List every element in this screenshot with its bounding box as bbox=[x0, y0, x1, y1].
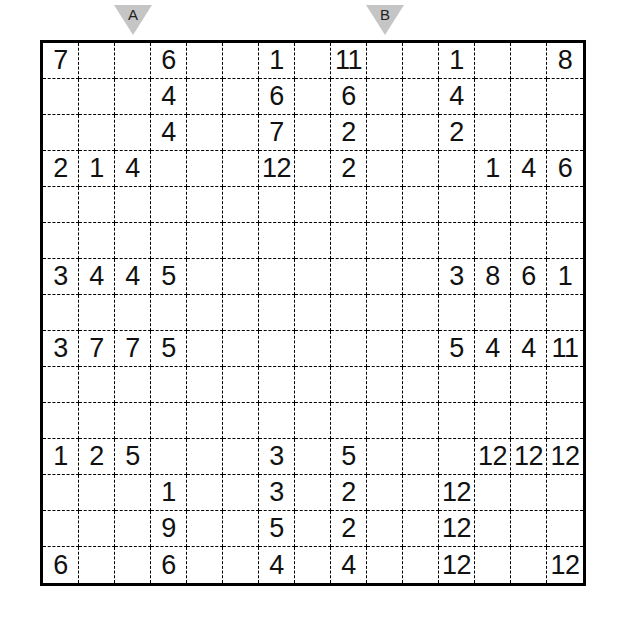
cell-r3c13[interactable] bbox=[475, 115, 511, 151]
cell-r13c12[interactable]: 12 bbox=[439, 475, 475, 511]
cell-r5c6[interactable] bbox=[223, 187, 259, 223]
cell-r10c6[interactable] bbox=[223, 367, 259, 403]
cell-r8c2[interactable] bbox=[79, 295, 115, 331]
cell-r15c1[interactable]: 6 bbox=[43, 547, 79, 583]
cell-r2c12[interactable]: 4 bbox=[439, 79, 475, 115]
cell-r4c9[interactable]: 2 bbox=[331, 151, 367, 187]
cell-r12c9[interactable]: 5 bbox=[331, 439, 367, 475]
cell-r1c9[interactable]: 11 bbox=[331, 43, 367, 79]
cell-r6c15[interactable] bbox=[547, 223, 583, 259]
cell-r9c2[interactable]: 7 bbox=[79, 331, 115, 367]
cell-r14c13[interactable] bbox=[475, 511, 511, 547]
cell-r12c14[interactable]: 12 bbox=[511, 439, 547, 475]
cell-r2c4[interactable]: 4 bbox=[151, 79, 187, 115]
cell-r1c5[interactable] bbox=[187, 43, 223, 79]
cell-r4c6[interactable] bbox=[223, 151, 259, 187]
cell-r9c5[interactable] bbox=[187, 331, 223, 367]
cell-r3c10[interactable] bbox=[367, 115, 403, 151]
cell-r11c12[interactable] bbox=[439, 403, 475, 439]
cell-r1c11[interactable] bbox=[403, 43, 439, 79]
cell-r8c3[interactable] bbox=[115, 295, 151, 331]
cell-r12c3[interactable]: 5 bbox=[115, 439, 151, 475]
cell-r10c15[interactable] bbox=[547, 367, 583, 403]
cell-r12c4[interactable] bbox=[151, 439, 187, 475]
cell-r6c3[interactable] bbox=[115, 223, 151, 259]
cell-r5c2[interactable] bbox=[79, 187, 115, 223]
cell-r13c15[interactable] bbox=[547, 475, 583, 511]
cell-r10c5[interactable] bbox=[187, 367, 223, 403]
cell-r1c13[interactable] bbox=[475, 43, 511, 79]
cell-r14c2[interactable] bbox=[79, 511, 115, 547]
cell-r9c3[interactable]: 7 bbox=[115, 331, 151, 367]
cell-r8c8[interactable] bbox=[295, 295, 331, 331]
cell-r3c4[interactable]: 4 bbox=[151, 115, 187, 151]
cell-r14c10[interactable] bbox=[367, 511, 403, 547]
cell-r4c1[interactable]: 2 bbox=[43, 151, 79, 187]
cell-r15c9[interactable]: 4 bbox=[331, 547, 367, 583]
cell-r15c2[interactable] bbox=[79, 547, 115, 583]
cell-r13c9[interactable]: 2 bbox=[331, 475, 367, 511]
cell-r5c4[interactable] bbox=[151, 187, 187, 223]
cell-r9c9[interactable] bbox=[331, 331, 367, 367]
cell-r5c5[interactable] bbox=[187, 187, 223, 223]
answer-marker-a-label: A bbox=[128, 6, 138, 23]
cell-r5c12[interactable] bbox=[439, 187, 475, 223]
cell-r8c13[interactable] bbox=[475, 295, 511, 331]
cell-r12c12[interactable] bbox=[439, 439, 475, 475]
cell-r7c13[interactable]: 8 bbox=[475, 259, 511, 295]
cell-r7c14[interactable]: 6 bbox=[511, 259, 547, 295]
cell-r2c10[interactable] bbox=[367, 79, 403, 115]
cell-r3c15[interactable] bbox=[547, 115, 583, 151]
cell-r7c1[interactable]: 3 bbox=[43, 259, 79, 295]
cell-r6c6[interactable] bbox=[223, 223, 259, 259]
cell-r14c15[interactable] bbox=[547, 511, 583, 547]
cell-r11c10[interactable] bbox=[367, 403, 403, 439]
down-triangle-icon: A bbox=[114, 5, 152, 35]
cell-r9c13[interactable]: 4 bbox=[475, 331, 511, 367]
cell-r13c11[interactable] bbox=[403, 475, 439, 511]
cell-r1c4[interactable]: 6 bbox=[151, 43, 187, 79]
cell-r14c7[interactable]: 5 bbox=[259, 511, 295, 547]
cell-r10c12[interactable] bbox=[439, 367, 475, 403]
cell-r7c12[interactable]: 3 bbox=[439, 259, 475, 295]
cell-r1c15[interactable]: 8 bbox=[547, 43, 583, 79]
cell-r5c13[interactable] bbox=[475, 187, 511, 223]
cell-r13c14[interactable] bbox=[511, 475, 547, 511]
cell-r15c7[interactable]: 4 bbox=[259, 547, 295, 583]
cell-r13c6[interactable] bbox=[223, 475, 259, 511]
cell-r4c7[interactable]: 12 bbox=[259, 151, 295, 187]
cell-r7c15[interactable]: 1 bbox=[547, 259, 583, 295]
cell-r15c5[interactable] bbox=[187, 547, 223, 583]
cell-r5c1[interactable] bbox=[43, 187, 79, 223]
cell-r6c2[interactable] bbox=[79, 223, 115, 259]
cell-r3c1[interactable] bbox=[43, 115, 79, 151]
cell-r6c10[interactable] bbox=[367, 223, 403, 259]
cell-r11c7[interactable] bbox=[259, 403, 295, 439]
cell-r15c11[interactable] bbox=[403, 547, 439, 583]
cell-r9c14[interactable]: 4 bbox=[511, 331, 547, 367]
cell-r8c7[interactable] bbox=[259, 295, 295, 331]
cell-r10c3[interactable] bbox=[115, 367, 151, 403]
cell-r13c5[interactable] bbox=[187, 475, 223, 511]
cell-r5c9[interactable] bbox=[331, 187, 367, 223]
cell-r11c13[interactable] bbox=[475, 403, 511, 439]
cell-r8c6[interactable] bbox=[223, 295, 259, 331]
cell-r3c11[interactable] bbox=[403, 115, 439, 151]
puzzle-page: { "game": "Cave (Corral) logic puzzle", … bbox=[0, 0, 624, 624]
cell-r13c10[interactable] bbox=[367, 475, 403, 511]
cell-r14c6[interactable] bbox=[223, 511, 259, 547]
cell-r6c9[interactable] bbox=[331, 223, 367, 259]
cell-r10c13[interactable] bbox=[475, 367, 511, 403]
cell-r2c13[interactable] bbox=[475, 79, 511, 115]
cell-r11c4[interactable] bbox=[151, 403, 187, 439]
cell-r2c3[interactable] bbox=[115, 79, 151, 115]
cell-r4c2[interactable]: 1 bbox=[79, 151, 115, 187]
cell-r4c10[interactable] bbox=[367, 151, 403, 187]
cell-r2c6[interactable] bbox=[223, 79, 259, 115]
cell-r9c6[interactable] bbox=[223, 331, 259, 367]
cell-r11c11[interactable] bbox=[403, 403, 439, 439]
cell-r11c5[interactable] bbox=[187, 403, 223, 439]
cell-r6c7[interactable] bbox=[259, 223, 295, 259]
cell-r7c10[interactable] bbox=[367, 259, 403, 295]
cell-r10c1[interactable] bbox=[43, 367, 79, 403]
cell-r15c14[interactable] bbox=[511, 547, 547, 583]
cell-r15c8[interactable] bbox=[295, 547, 331, 583]
cell-r2c5[interactable] bbox=[187, 79, 223, 115]
cell-r12c1[interactable]: 1 bbox=[43, 439, 79, 475]
cell-r6c4[interactable] bbox=[151, 223, 187, 259]
cell-r4c12[interactable] bbox=[439, 151, 475, 187]
cell-r13c1[interactable] bbox=[43, 475, 79, 511]
cell-r9c4[interactable]: 5 bbox=[151, 331, 187, 367]
cell-r8c4[interactable] bbox=[151, 295, 187, 331]
cell-r3c7[interactable]: 7 bbox=[259, 115, 295, 151]
cell-r15c6[interactable] bbox=[223, 547, 259, 583]
cell-r12c5[interactable] bbox=[187, 439, 223, 475]
cell-r9c15[interactable]: 11 bbox=[547, 331, 583, 367]
cell-r10c8[interactable] bbox=[295, 367, 331, 403]
cell-r5c14[interactable] bbox=[511, 187, 547, 223]
cell-r4c3[interactable]: 4 bbox=[115, 151, 151, 187]
cell-r11c6[interactable] bbox=[223, 403, 259, 439]
cell-r6c8[interactable] bbox=[295, 223, 331, 259]
cell-r8c15[interactable] bbox=[547, 295, 583, 331]
cell-r11c9[interactable] bbox=[331, 403, 367, 439]
cell-r1c10[interactable] bbox=[367, 43, 403, 79]
answer-marker-b-label: B bbox=[380, 6, 390, 23]
down-triangle-icon: B bbox=[366, 5, 404, 35]
cell-r7c11[interactable] bbox=[403, 259, 439, 295]
cell-r6c1[interactable] bbox=[43, 223, 79, 259]
cell-r9c10[interactable] bbox=[367, 331, 403, 367]
cell-r12c13[interactable]: 12 bbox=[475, 439, 511, 475]
cell-r12c15[interactable]: 12 bbox=[547, 439, 583, 475]
cell-r6c12[interactable] bbox=[439, 223, 475, 259]
cell-r3c9[interactable]: 2 bbox=[331, 115, 367, 151]
cell-r11c2[interactable] bbox=[79, 403, 115, 439]
cell-r2c14[interactable] bbox=[511, 79, 547, 115]
cell-r7c6[interactable] bbox=[223, 259, 259, 295]
cell-r2c1[interactable] bbox=[43, 79, 79, 115]
cell-r14c9[interactable]: 2 bbox=[331, 511, 367, 547]
cell-r13c4[interactable]: 1 bbox=[151, 475, 187, 511]
cell-r1c7[interactable]: 1 bbox=[259, 43, 295, 79]
cell-r7c2[interactable]: 4 bbox=[79, 259, 115, 295]
cell-r14c1[interactable] bbox=[43, 511, 79, 547]
cell-r1c1[interactable]: 7 bbox=[43, 43, 79, 79]
cell-r14c3[interactable] bbox=[115, 511, 151, 547]
cell-r12c11[interactable] bbox=[403, 439, 439, 475]
cell-r13c2[interactable] bbox=[79, 475, 115, 511]
cell-r10c10[interactable] bbox=[367, 367, 403, 403]
cell-r1c2[interactable] bbox=[79, 43, 115, 79]
cell-r8c12[interactable] bbox=[439, 295, 475, 331]
cell-r8c10[interactable] bbox=[367, 295, 403, 331]
cell-r8c9[interactable] bbox=[331, 295, 367, 331]
cell-r3c3[interactable] bbox=[115, 115, 151, 151]
cell-r15c10[interactable] bbox=[367, 547, 403, 583]
cell-r10c11[interactable] bbox=[403, 367, 439, 403]
cell-r9c12[interactable]: 5 bbox=[439, 331, 475, 367]
cell-r4c8[interactable] bbox=[295, 151, 331, 187]
cell-r10c14[interactable] bbox=[511, 367, 547, 403]
cell-r4c14[interactable]: 4 bbox=[511, 151, 547, 187]
cell-r1c6[interactable] bbox=[223, 43, 259, 79]
cell-r8c5[interactable] bbox=[187, 295, 223, 331]
cell-r10c9[interactable] bbox=[331, 367, 367, 403]
cell-r2c15[interactable] bbox=[547, 79, 583, 115]
cell-r13c3[interactable] bbox=[115, 475, 151, 511]
cell-r4c11[interactable] bbox=[403, 151, 439, 187]
cell-r2c8[interactable] bbox=[295, 79, 331, 115]
cell-r2c2[interactable] bbox=[79, 79, 115, 115]
cell-r12c10[interactable] bbox=[367, 439, 403, 475]
cell-r3c14[interactable] bbox=[511, 115, 547, 151]
cell-r5c7[interactable] bbox=[259, 187, 295, 223]
cell-r11c14[interactable] bbox=[511, 403, 547, 439]
cell-r5c8[interactable] bbox=[295, 187, 331, 223]
cell-r4c13[interactable]: 1 bbox=[475, 151, 511, 187]
cell-r2c11[interactable] bbox=[403, 79, 439, 115]
cell-r6c13[interactable] bbox=[475, 223, 511, 259]
cell-r6c5[interactable] bbox=[187, 223, 223, 259]
cell-r15c4[interactable]: 6 bbox=[151, 547, 187, 583]
cell-r1c14[interactable] bbox=[511, 43, 547, 79]
cell-r14c5[interactable] bbox=[187, 511, 223, 547]
answer-marker-b: B bbox=[366, 5, 404, 35]
cell-r4c5[interactable] bbox=[187, 151, 223, 187]
cell-r14c12[interactable]: 12 bbox=[439, 511, 475, 547]
cell-r7c4[interactable]: 5 bbox=[151, 259, 187, 295]
cell-r6c11[interactable] bbox=[403, 223, 439, 259]
cell-r11c1[interactable] bbox=[43, 403, 79, 439]
cell-r3c5[interactable] bbox=[187, 115, 223, 151]
cell-r1c12[interactable]: 1 bbox=[439, 43, 475, 79]
cell-r15c12[interactable]: 12 bbox=[439, 547, 475, 583]
cell-r3c12[interactable]: 2 bbox=[439, 115, 475, 151]
cell-r12c2[interactable]: 2 bbox=[79, 439, 115, 475]
cell-r14c11[interactable] bbox=[403, 511, 439, 547]
cell-r12c6[interactable] bbox=[223, 439, 259, 475]
cell-r5c15[interactable] bbox=[547, 187, 583, 223]
cell-r9c1[interactable]: 3 bbox=[43, 331, 79, 367]
cell-r2c7[interactable]: 6 bbox=[259, 79, 295, 115]
cell-r2c9[interactable]: 6 bbox=[331, 79, 367, 115]
cell-r11c8[interactable] bbox=[295, 403, 331, 439]
cell-r13c7[interactable]: 3 bbox=[259, 475, 295, 511]
cell-r6c14[interactable] bbox=[511, 223, 547, 259]
cell-r7c3[interactable]: 4 bbox=[115, 259, 151, 295]
cell-r11c3[interactable] bbox=[115, 403, 151, 439]
cell-r11c15[interactable] bbox=[547, 403, 583, 439]
cell-r7c9[interactable] bbox=[331, 259, 367, 295]
cell-r10c7[interactable] bbox=[259, 367, 295, 403]
cell-r1c3[interactable] bbox=[115, 43, 151, 79]
cell-r1c8[interactable] bbox=[295, 43, 331, 79]
cell-r15c13[interactable] bbox=[475, 547, 511, 583]
cell-r3c2[interactable] bbox=[79, 115, 115, 151]
cell-r7c5[interactable] bbox=[187, 259, 223, 295]
cell-r9c11[interactable] bbox=[403, 331, 439, 367]
cell-r14c4[interactable]: 9 bbox=[151, 511, 187, 547]
cell-r7c7[interactable] bbox=[259, 259, 295, 295]
cell-r12c8[interactable] bbox=[295, 439, 331, 475]
puzzle-board: 7611118466447222141221463445386137755441… bbox=[40, 40, 586, 586]
cell-r15c15[interactable]: 12 bbox=[547, 547, 583, 583]
cell-r8c11[interactable] bbox=[403, 295, 439, 331]
cell-r13c8[interactable] bbox=[295, 475, 331, 511]
cell-r8c1[interactable] bbox=[43, 295, 79, 331]
cell-r15c3[interactable] bbox=[115, 547, 151, 583]
cell-r10c2[interactable] bbox=[79, 367, 115, 403]
cell-r10c4[interactable] bbox=[151, 367, 187, 403]
cell-r14c8[interactable] bbox=[295, 511, 331, 547]
cell-r5c3[interactable] bbox=[115, 187, 151, 223]
cell-r4c15[interactable]: 6 bbox=[547, 151, 583, 187]
cell-r3c8[interactable] bbox=[295, 115, 331, 151]
cell-r8c14[interactable] bbox=[511, 295, 547, 331]
cell-r4c4[interactable] bbox=[151, 151, 187, 187]
answer-marker-a: A bbox=[114, 5, 152, 35]
cell-r14c14[interactable] bbox=[511, 511, 547, 547]
cell-r9c8[interactable] bbox=[295, 331, 331, 367]
cell-r9c7[interactable] bbox=[259, 331, 295, 367]
cell-r5c11[interactable] bbox=[403, 187, 439, 223]
cell-r7c8[interactable] bbox=[295, 259, 331, 295]
cell-r3c6[interactable] bbox=[223, 115, 259, 151]
cell-r13c13[interactable] bbox=[475, 475, 511, 511]
cell-r12c7[interactable]: 3 bbox=[259, 439, 295, 475]
cell-r5c10[interactable] bbox=[367, 187, 403, 223]
